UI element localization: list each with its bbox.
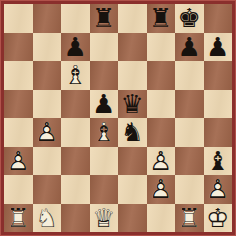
square-d8[interactable]: ♜ <box>90 4 119 33</box>
piece-black-queen[interactable]: ♛ <box>118 90 147 119</box>
piece-black-pawn[interactable]: ♟ <box>90 90 119 119</box>
piece-black-pawn[interactable]: ♟ <box>175 33 204 62</box>
square-h5[interactable] <box>204 90 233 119</box>
square-e7[interactable] <box>118 33 147 62</box>
square-b1[interactable]: ♞♘ <box>33 204 62 233</box>
square-b5[interactable] <box>33 90 62 119</box>
square-a5[interactable] <box>4 90 33 119</box>
square-h2[interactable]: ♟♙ <box>204 175 233 204</box>
white-piece-outline: ♙ <box>147 175 176 204</box>
square-b7[interactable] <box>33 33 62 62</box>
piece-black-bishop[interactable]: ♝ <box>204 147 233 176</box>
piece-black-rook[interactable]: ♜ <box>147 4 176 33</box>
square-g3[interactable] <box>175 147 204 176</box>
white-piece-outline: ♙ <box>147 147 176 176</box>
square-c2[interactable] <box>61 175 90 204</box>
square-b2[interactable] <box>33 175 62 204</box>
square-a2[interactable] <box>4 175 33 204</box>
square-c3[interactable] <box>61 147 90 176</box>
square-a3[interactable]: ♟♙ <box>4 147 33 176</box>
piece-white-knight[interactable]: ♞♘ <box>33 204 62 233</box>
square-b3[interactable] <box>33 147 62 176</box>
square-f7[interactable] <box>147 33 176 62</box>
square-b8[interactable] <box>33 4 62 33</box>
black-piece-glyph: ♟ <box>204 33 233 62</box>
square-c7[interactable]: ♟ <box>61 33 90 62</box>
square-h1[interactable]: ♚♔ <box>204 204 233 233</box>
square-e8[interactable] <box>118 4 147 33</box>
square-f1[interactable] <box>147 204 176 233</box>
square-d4[interactable]: ♝♗ <box>90 118 119 147</box>
white-piece-outline: ♗ <box>61 61 90 90</box>
square-c1[interactable] <box>61 204 90 233</box>
square-f3[interactable]: ♟♙ <box>147 147 176 176</box>
square-h7[interactable]: ♟ <box>204 33 233 62</box>
piece-white-queen[interactable]: ♛♕ <box>90 204 119 233</box>
piece-white-pawn[interactable]: ♟♙ <box>147 147 176 176</box>
black-piece-glyph: ♜ <box>90 4 119 33</box>
black-piece-glyph: ♞ <box>118 118 147 147</box>
black-piece-glyph: ♟ <box>175 33 204 62</box>
square-f4[interactable] <box>147 118 176 147</box>
black-piece-glyph: ♚ <box>175 4 204 33</box>
square-e5[interactable]: ♛ <box>118 90 147 119</box>
piece-white-pawn[interactable]: ♟♙ <box>33 118 62 147</box>
square-a4[interactable] <box>4 118 33 147</box>
square-c6[interactable]: ♝♗ <box>61 61 90 90</box>
square-g6[interactable] <box>175 61 204 90</box>
square-e1[interactable] <box>118 204 147 233</box>
black-piece-glyph: ♜ <box>147 4 176 33</box>
piece-black-rook[interactable]: ♜ <box>90 4 119 33</box>
square-f2[interactable]: ♟♙ <box>147 175 176 204</box>
square-d5[interactable]: ♟ <box>90 90 119 119</box>
piece-black-knight[interactable]: ♞ <box>118 118 147 147</box>
square-a1[interactable]: ♜♖ <box>4 204 33 233</box>
square-c8[interactable] <box>61 4 90 33</box>
square-d6[interactable] <box>90 61 119 90</box>
square-f5[interactable] <box>147 90 176 119</box>
square-b6[interactable] <box>33 61 62 90</box>
square-d7[interactable] <box>90 33 119 62</box>
square-b4[interactable]: ♟♙ <box>33 118 62 147</box>
square-g5[interactable] <box>175 90 204 119</box>
square-d1[interactable]: ♛♕ <box>90 204 119 233</box>
square-g2[interactable] <box>175 175 204 204</box>
square-h8[interactable] <box>204 4 233 33</box>
square-g1[interactable]: ♜♖ <box>175 204 204 233</box>
black-piece-glyph: ♟ <box>61 33 90 62</box>
piece-white-bishop[interactable]: ♝♗ <box>61 61 90 90</box>
white-piece-outline: ♖ <box>175 204 204 233</box>
white-piece-outline: ♙ <box>204 175 233 204</box>
piece-white-pawn[interactable]: ♟♙ <box>147 175 176 204</box>
white-piece-outline: ♗ <box>90 118 119 147</box>
white-piece-outline: ♙ <box>4 147 33 176</box>
piece-white-king[interactable]: ♚♔ <box>204 204 233 233</box>
white-piece-outline: ♕ <box>90 204 119 233</box>
square-g8[interactable]: ♚ <box>175 4 204 33</box>
board-frame: ♜♜♚♟♟♟♝♗♟♛♟♙♝♗♞♟♙♟♙♝♟♙♟♙♜♖♞♘♛♕♜♖♚♔ <box>0 0 236 236</box>
black-piece-glyph: ♟ <box>90 90 119 119</box>
black-piece-glyph: ♛ <box>118 90 147 119</box>
square-g4[interactable] <box>175 118 204 147</box>
square-h6[interactable] <box>204 61 233 90</box>
white-piece-outline: ♙ <box>33 118 62 147</box>
piece-white-pawn[interactable]: ♟♙ <box>4 147 33 176</box>
square-e4[interactable]: ♞ <box>118 118 147 147</box>
white-piece-outline: ♔ <box>204 204 233 233</box>
square-d3[interactable] <box>90 147 119 176</box>
square-e3[interactable] <box>118 147 147 176</box>
square-a7[interactable] <box>4 33 33 62</box>
square-h3[interactable]: ♝ <box>204 147 233 176</box>
square-e2[interactable] <box>118 175 147 204</box>
piece-white-rook[interactable]: ♜♖ <box>4 204 33 233</box>
white-piece-outline: ♖ <box>4 204 33 233</box>
black-piece-glyph: ♝ <box>204 147 233 176</box>
piece-black-pawn[interactable]: ♟ <box>61 33 90 62</box>
square-f6[interactable] <box>147 61 176 90</box>
piece-white-pawn[interactable]: ♟♙ <box>204 175 233 204</box>
piece-black-pawn[interactable]: ♟ <box>204 33 233 62</box>
white-piece-outline: ♘ <box>33 204 62 233</box>
square-d2[interactable] <box>90 175 119 204</box>
square-c5[interactable] <box>61 90 90 119</box>
square-a8[interactable] <box>4 4 33 33</box>
square-a6[interactable] <box>4 61 33 90</box>
piece-black-king[interactable]: ♚ <box>175 4 204 33</box>
square-c4[interactable] <box>61 118 90 147</box>
chess-board: ♜♜♚♟♟♟♝♗♟♛♟♙♝♗♞♟♙♟♙♝♟♙♟♙♜♖♞♘♛♕♜♖♚♔ <box>4 4 232 232</box>
piece-white-rook[interactable]: ♜♖ <box>175 204 204 233</box>
piece-white-bishop[interactable]: ♝♗ <box>90 118 119 147</box>
square-h4[interactable] <box>204 118 233 147</box>
square-f8[interactable]: ♜ <box>147 4 176 33</box>
square-g7[interactable]: ♟ <box>175 33 204 62</box>
square-e6[interactable] <box>118 61 147 90</box>
